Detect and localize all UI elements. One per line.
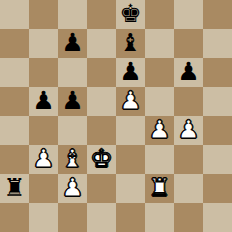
square-g6[interactable]: ♟: [174, 58, 203, 87]
square-c1[interactable]: [58, 203, 87, 232]
white-pawn-b3: ♟: [32, 145, 54, 173]
square-g2[interactable]: [174, 174, 203, 203]
black-pawn-g6: ♟: [177, 58, 199, 86]
square-g3[interactable]: [174, 145, 203, 174]
square-h3[interactable]: [203, 145, 232, 174]
square-f8[interactable]: [145, 0, 174, 29]
square-h2[interactable]: [203, 174, 232, 203]
square-c7[interactable]: ♟: [58, 29, 87, 58]
square-g7[interactable]: [174, 29, 203, 58]
white-pawn-f4: ♟: [148, 116, 170, 144]
black-rook-a2: ♜: [3, 174, 25, 202]
square-c8[interactable]: [58, 0, 87, 29]
square-f7[interactable]: [145, 29, 174, 58]
square-a1[interactable]: [0, 203, 29, 232]
white-pawn-c2: ♟: [61, 174, 83, 202]
square-d2[interactable]: [87, 174, 116, 203]
square-a6[interactable]: [0, 58, 29, 87]
square-b5[interactable]: ♟: [29, 87, 58, 116]
square-g5[interactable]: [174, 87, 203, 116]
square-d7[interactable]: [87, 29, 116, 58]
white-rook-f2: ♜: [148, 174, 170, 202]
white-pawn-g4: ♟: [177, 116, 199, 144]
square-a5[interactable]: [0, 87, 29, 116]
square-e3[interactable]: [116, 145, 145, 174]
black-king-e8: ♚: [119, 0, 141, 28]
square-h4[interactable]: [203, 116, 232, 145]
square-a4[interactable]: [0, 116, 29, 145]
square-f1[interactable]: [145, 203, 174, 232]
square-b2[interactable]: [29, 174, 58, 203]
white-bishop-c3: ♝: [61, 145, 83, 173]
square-a7[interactable]: [0, 29, 29, 58]
square-c4[interactable]: [58, 116, 87, 145]
black-pawn-e6: ♟: [119, 58, 141, 86]
square-f2[interactable]: ♜: [145, 174, 174, 203]
chess-board: ♚♟♝♟♟♟♟♟♟♟♟♝♚♜♟♜: [0, 0, 232, 232]
square-b3[interactable]: ♟: [29, 145, 58, 174]
square-g1[interactable]: [174, 203, 203, 232]
square-e5[interactable]: ♟: [116, 87, 145, 116]
square-d4[interactable]: [87, 116, 116, 145]
square-f6[interactable]: [145, 58, 174, 87]
black-pawn-b5: ♟: [32, 87, 54, 115]
square-b6[interactable]: [29, 58, 58, 87]
square-f3[interactable]: [145, 145, 174, 174]
square-g4[interactable]: ♟: [174, 116, 203, 145]
square-g8[interactable]: [174, 0, 203, 29]
square-d6[interactable]: [87, 58, 116, 87]
square-b1[interactable]: [29, 203, 58, 232]
square-h5[interactable]: [203, 87, 232, 116]
black-pawn-c7: ♟: [61, 29, 83, 57]
white-king-d3: ♚: [90, 145, 112, 173]
square-e8[interactable]: ♚: [116, 0, 145, 29]
square-f4[interactable]: ♟: [145, 116, 174, 145]
square-e4[interactable]: [116, 116, 145, 145]
square-e7[interactable]: ♝: [116, 29, 145, 58]
square-e2[interactable]: [116, 174, 145, 203]
square-c5[interactable]: ♟: [58, 87, 87, 116]
square-h1[interactable]: [203, 203, 232, 232]
square-a3[interactable]: [0, 145, 29, 174]
square-c6[interactable]: [58, 58, 87, 87]
white-pawn-e5: ♟: [119, 87, 141, 115]
square-d1[interactable]: [87, 203, 116, 232]
square-d5[interactable]: [87, 87, 116, 116]
square-b8[interactable]: [29, 0, 58, 29]
square-d3[interactable]: ♚: [87, 145, 116, 174]
square-f5[interactable]: [145, 87, 174, 116]
square-e6[interactable]: ♟: [116, 58, 145, 87]
square-a8[interactable]: [0, 0, 29, 29]
black-pawn-c5: ♟: [61, 87, 83, 115]
square-b7[interactable]: [29, 29, 58, 58]
square-a2[interactable]: ♜: [0, 174, 29, 203]
square-d8[interactable]: [87, 0, 116, 29]
square-h8[interactable]: [203, 0, 232, 29]
square-b4[interactable]: [29, 116, 58, 145]
square-h7[interactable]: [203, 29, 232, 58]
square-e1[interactable]: [116, 203, 145, 232]
square-c3[interactable]: ♝: [58, 145, 87, 174]
square-h6[interactable]: [203, 58, 232, 87]
square-c2[interactable]: ♟: [58, 174, 87, 203]
black-bishop-e7: ♝: [119, 29, 141, 57]
